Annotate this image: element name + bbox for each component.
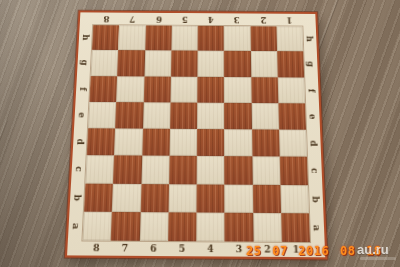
square-h4 bbox=[198, 26, 224, 51]
square-c3 bbox=[224, 156, 252, 184]
square-f3 bbox=[224, 77, 251, 103]
square-c8 bbox=[85, 155, 114, 183]
square-d8 bbox=[87, 128, 116, 155]
square-b7 bbox=[112, 183, 141, 212]
coordinate-label-bottom-8: 8 bbox=[82, 240, 111, 255]
square-b6 bbox=[140, 184, 169, 213]
square-a5 bbox=[168, 212, 197, 241]
board-frame: 87654321 87654321 hgfedcba hgfedcba bbox=[65, 11, 328, 260]
chess-board: 87654321 87654321 hgfedcba hgfedcba bbox=[65, 11, 328, 260]
square-g6 bbox=[144, 50, 171, 76]
square-e3 bbox=[224, 103, 251, 130]
square-b4 bbox=[196, 184, 224, 213]
square-b5 bbox=[168, 184, 196, 213]
coordinate-label-top-3: 3 bbox=[224, 13, 250, 26]
square-g7 bbox=[117, 50, 144, 76]
square-d6 bbox=[142, 129, 170, 156]
square-e1 bbox=[278, 103, 306, 130]
square-b1 bbox=[280, 184, 309, 213]
square-b2 bbox=[252, 184, 281, 213]
square-g5 bbox=[171, 51, 198, 77]
square-d7 bbox=[114, 128, 142, 155]
square-g8 bbox=[91, 50, 119, 76]
coordinate-label-top-1: 1 bbox=[276, 14, 302, 27]
square-f1 bbox=[277, 77, 305, 103]
square-e5 bbox=[170, 102, 197, 129]
square-h2 bbox=[250, 26, 277, 51]
square-a3 bbox=[225, 212, 254, 241]
watermark-subtext bbox=[360, 257, 396, 260]
square-a8 bbox=[82, 211, 112, 240]
square-g2 bbox=[250, 51, 277, 77]
coordinate-label-top-4: 4 bbox=[198, 13, 224, 26]
square-g3 bbox=[224, 51, 251, 77]
square-f5 bbox=[170, 76, 197, 102]
square-h3 bbox=[224, 26, 251, 51]
coordinate-label-top-6: 6 bbox=[145, 13, 171, 26]
square-c5 bbox=[169, 156, 197, 184]
square-d5 bbox=[169, 129, 197, 156]
square-c7 bbox=[113, 156, 142, 184]
square-h5 bbox=[171, 26, 198, 51]
coordinate-label-bottom-5: 5 bbox=[168, 241, 197, 256]
coordinate-label-top-7: 7 bbox=[119, 13, 146, 26]
square-c1 bbox=[279, 157, 308, 185]
square-g4 bbox=[197, 51, 224, 77]
board-border-band: 87654321 87654321 hgfedcba hgfedcba bbox=[67, 12, 325, 257]
square-h7 bbox=[118, 25, 145, 50]
square-c4 bbox=[197, 156, 225, 184]
square-f2 bbox=[251, 77, 278, 103]
square-e6 bbox=[143, 102, 171, 129]
square-a4 bbox=[196, 212, 224, 241]
au-ru-watermark: au.ru bbox=[357, 242, 389, 257]
board-grid bbox=[82, 25, 310, 242]
square-d1 bbox=[279, 130, 307, 157]
square-a2 bbox=[253, 213, 282, 242]
coordinate-label-top-5: 5 bbox=[172, 13, 198, 26]
coordinate-label-top-2: 2 bbox=[250, 14, 276, 27]
square-h8 bbox=[92, 25, 119, 50]
square-f6 bbox=[143, 76, 170, 102]
square-e4 bbox=[197, 102, 224, 129]
square-a1 bbox=[281, 213, 310, 242]
square-d4 bbox=[197, 129, 225, 156]
square-h6 bbox=[145, 25, 172, 50]
square-e8 bbox=[88, 102, 116, 129]
square-b3 bbox=[224, 184, 252, 213]
square-c6 bbox=[141, 156, 169, 184]
coordinate-label-bottom-7: 7 bbox=[110, 241, 139, 256]
square-g1 bbox=[277, 51, 304, 77]
coordinate-label-top-8: 8 bbox=[93, 12, 120, 25]
square-f7 bbox=[116, 76, 144, 102]
square-d2 bbox=[252, 129, 280, 156]
square-c2 bbox=[252, 157, 280, 185]
coordinate-label-bottom-6: 6 bbox=[139, 241, 168, 256]
square-h1 bbox=[276, 26, 303, 51]
square-f8 bbox=[89, 76, 117, 102]
square-e2 bbox=[251, 103, 279, 130]
photo-of-chess-board: 87654321 87654321 hgfedcba hgfedcba 25 0… bbox=[0, 0, 400, 267]
square-d3 bbox=[224, 129, 252, 156]
square-a6 bbox=[139, 212, 168, 241]
square-b8 bbox=[84, 183, 113, 212]
square-f4 bbox=[197, 76, 224, 102]
square-a7 bbox=[111, 212, 140, 241]
square-e7 bbox=[115, 102, 143, 129]
coordinate-label-bottom-4: 4 bbox=[196, 241, 225, 256]
